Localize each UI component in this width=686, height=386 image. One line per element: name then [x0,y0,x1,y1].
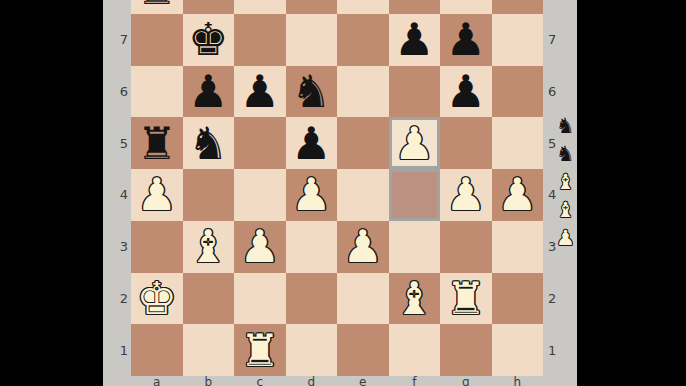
white-pawn-c3: ♟ [240,224,280,269]
black-king-b7: ♚ [188,17,228,62]
square-h6[interactable] [492,66,544,118]
square-c4[interactable] [234,169,286,221]
square-f7[interactable]: ♟ [389,14,441,66]
left-rank-strip: 7654321 [103,0,131,386]
rank-label-6: 6 [103,66,131,118]
square-h3[interactable] [492,221,544,273]
tray-white-bishop-4: ♝ [556,196,575,224]
square-d5[interactable]: ♟ [286,117,338,169]
rank-label-6: 6 [543,66,577,118]
square-a2[interactable]: ♚ [131,273,183,325]
square-c1[interactable]: ♜ [234,324,286,376]
rank-label-2: 2 [543,273,577,325]
file-label-h: h [492,376,544,386]
square-g7[interactable]: ♟ [440,14,492,66]
square-a1[interactable] [131,324,183,376]
square-g3[interactable] [440,221,492,273]
square-d1[interactable] [286,324,338,376]
square-e3[interactable]: ♟ [337,221,389,273]
square-a4[interactable]: ♟ [131,169,183,221]
square-f8[interactable] [389,0,441,14]
file-label-g: g [440,376,492,386]
white-pawn-g4: ♟ [446,172,486,217]
rank-label-1: 1 [543,324,577,376]
white-pawn-e3: ♟ [343,224,383,269]
rank-label-1: 1 [103,324,131,376]
white-king-a2: ♚ [137,276,177,321]
tray-white-bishop-3: ♝ [556,168,575,196]
square-b8[interactable] [183,0,235,14]
white-rook-c1: ♜ [240,328,280,373]
square-g8[interactable] [440,0,492,14]
white-bishop-b3: ♝ [188,224,228,269]
black-pawn-g7: ♟ [446,17,486,62]
square-g5[interactable] [440,117,492,169]
square-c6[interactable]: ♟ [234,66,286,118]
tray-black-knight-2: ♞ [556,140,575,168]
rank-label-5: 5 [103,117,131,169]
square-c3[interactable]: ♟ [234,221,286,273]
black-pawn-f7: ♟ [394,17,434,62]
square-h2[interactable] [492,273,544,325]
white-pawn-d4: ♟ [291,172,331,217]
chess-app-frame: 7654321 ♜♚♟♟♟♟♞♟♜♞♟♟♟♟♟♟♝♟♟♚♝♜♜ abcdefgh… [0,0,686,386]
square-a8[interactable]: ♜ [131,0,183,14]
right-rank-strip: 7654321 ♞♞♝♝♟ [543,0,577,386]
square-c2[interactable] [234,273,286,325]
tray-black-knight-1: ♞ [556,112,575,140]
square-f6[interactable] [389,66,441,118]
rank-label-4: 4 [103,169,131,221]
rank-label-3: 3 [103,221,131,273]
file-labels-strip: abcdefgh [131,376,543,386]
black-knight-d6: ♞ [291,69,331,114]
square-f3[interactable] [389,221,441,273]
square-b5[interactable]: ♞ [183,117,235,169]
rank-label-7: 7 [543,14,577,66]
square-e4[interactable] [337,169,389,221]
square-e7[interactable] [337,14,389,66]
black-rook-a8: ♜ [131,0,183,14]
black-pawn-c6: ♟ [240,69,280,114]
square-b6[interactable]: ♟ [183,66,235,118]
square-d2[interactable] [286,273,338,325]
file-label-a: a [131,376,183,386]
white-bishop-f2: ♝ [394,276,434,321]
square-a6[interactable] [131,66,183,118]
square-b1[interactable] [183,324,235,376]
white-pawn-a4: ♟ [137,172,177,217]
black-pawn-d5: ♟ [291,121,331,166]
captured-pieces-tray: ♞♞♝♝♟ [554,112,577,252]
black-pawn-b6: ♟ [188,69,228,114]
rank-label-2: 2 [103,273,131,325]
letterbox-left [0,0,103,386]
chess-board[interactable]: ♜♚♟♟♟♟♞♟♜♞♟♟♟♟♟♟♝♟♟♚♝♜♜ [131,0,543,376]
file-label-f: f [389,376,441,386]
black-knight-b5: ♞ [188,121,228,166]
square-e5[interactable] [337,117,389,169]
file-label-d: d [286,376,338,386]
square-h7[interactable] [492,14,544,66]
square-d8[interactable] [286,0,338,14]
square-b4[interactable] [183,169,235,221]
square-d6[interactable]: ♞ [286,66,338,118]
square-h8[interactable] [492,0,544,14]
square-c8[interactable] [234,0,286,14]
square-b7[interactable]: ♚ [183,14,235,66]
square-b3[interactable]: ♝ [183,221,235,273]
white-pawn-f5: ♟ [394,121,434,166]
square-d3[interactable] [286,221,338,273]
square-f4[interactable] [389,169,441,221]
letterbox-right [577,0,686,386]
tray-white-pawn-5: ♟ [556,224,575,252]
file-label-b: b [183,376,235,386]
square-h5[interactable] [492,117,544,169]
white-rook-g2: ♜ [446,276,486,321]
rank-label-7: 7 [103,14,131,66]
square-g6[interactable]: ♟ [440,66,492,118]
square-h4[interactable]: ♟ [492,169,544,221]
square-h1[interactable] [492,324,544,376]
white-pawn-h4: ♟ [497,172,537,217]
square-b2[interactable] [183,273,235,325]
square-g1[interactable] [440,324,492,376]
square-g4[interactable]: ♟ [440,169,492,221]
square-f5[interactable]: ♟ [389,117,441,169]
black-pawn-g6: ♟ [446,69,486,114]
square-a5[interactable]: ♜ [131,117,183,169]
square-c5[interactable] [234,117,286,169]
file-label-e: e [337,376,389,386]
square-c7[interactable] [234,14,286,66]
square-g2[interactable]: ♜ [440,273,492,325]
square-a3[interactable] [131,221,183,273]
black-rook-a5: ♜ [137,121,177,166]
square-f1[interactable] [389,324,441,376]
square-a7[interactable] [131,14,183,66]
file-label-c: c [234,376,286,386]
square-d4[interactable]: ♟ [286,169,338,221]
square-e8[interactable] [337,0,389,14]
rank-labels-left: 7654321 [103,14,131,376]
square-e2[interactable] [337,273,389,325]
square-e1[interactable] [337,324,389,376]
square-d7[interactable] [286,14,338,66]
square-f2[interactable]: ♝ [389,273,441,325]
square-e6[interactable] [337,66,389,118]
